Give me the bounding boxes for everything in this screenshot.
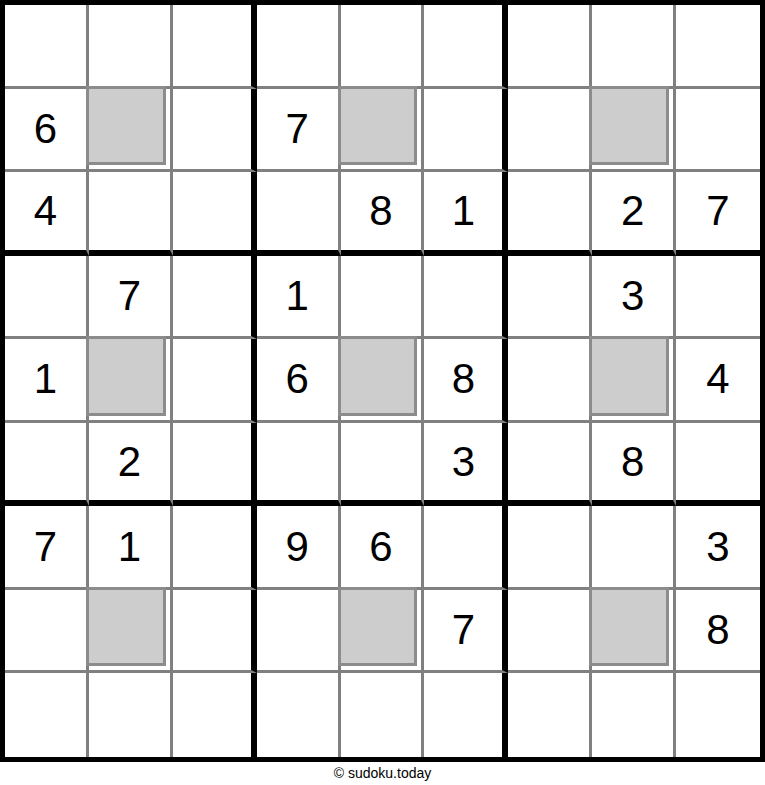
cell-r2c3[interactable] <box>173 89 257 173</box>
given-digit: 1 <box>118 526 141 568</box>
cell-r1c8[interactable] <box>592 5 676 89</box>
cell-r7c8[interactable] <box>592 506 676 590</box>
cell-r5c4[interactable]: 6 <box>257 339 341 423</box>
cell-r3c4[interactable] <box>257 172 341 256</box>
given-digit: 8 <box>452 358 475 400</box>
given-digit: 2 <box>621 190 644 232</box>
cell-r9c9[interactable] <box>676 673 760 757</box>
cell-r4c9[interactable] <box>676 256 760 340</box>
given-digit: 1 <box>452 190 475 232</box>
given-digit: 1 <box>285 275 308 317</box>
cell-r7c5[interactable]: 6 <box>341 506 425 590</box>
cell-r7c7[interactable] <box>508 506 592 590</box>
shaded-cell-marker <box>589 587 669 667</box>
cell-r1c1[interactable] <box>5 5 89 89</box>
cell-r9c5[interactable] <box>341 673 425 757</box>
cell-r7c6[interactable] <box>424 506 508 590</box>
cell-r5c1[interactable]: 1 <box>5 339 89 423</box>
cell-r7c1[interactable]: 7 <box>5 506 89 590</box>
cell-r4c6[interactable] <box>424 256 508 340</box>
cell-r6c1[interactable] <box>5 423 89 507</box>
given-digit: 6 <box>285 358 308 400</box>
given-digit: 4 <box>34 190 57 232</box>
shaded-cell-marker <box>338 86 418 166</box>
given-digit: 2 <box>118 441 141 483</box>
cell-r9c8[interactable] <box>592 673 676 757</box>
cell-r2c5[interactable] <box>341 89 425 173</box>
cell-r3c2[interactable] <box>89 172 173 256</box>
given-digit: 7 <box>285 108 308 150</box>
cell-r1c3[interactable] <box>173 5 257 89</box>
cell-r2c9[interactable] <box>676 89 760 173</box>
cell-r3c7[interactable] <box>508 172 592 256</box>
cell-r4c5[interactable] <box>341 256 425 340</box>
cell-r4c1[interactable] <box>5 256 89 340</box>
cell-r1c4[interactable] <box>257 5 341 89</box>
given-digit: 7 <box>34 526 57 568</box>
cell-r2c6[interactable] <box>424 89 508 173</box>
cell-r9c6[interactable] <box>424 673 508 757</box>
cell-r6c7[interactable] <box>508 423 592 507</box>
sudoku-page: 674812771316842387196378 © sudoku.today <box>0 0 765 785</box>
shaded-cell-marker <box>338 587 418 667</box>
cell-r3c5[interactable]: 8 <box>341 172 425 256</box>
cell-r5c7[interactable] <box>508 339 592 423</box>
cell-r3c9[interactable]: 7 <box>676 172 760 256</box>
cell-r9c7[interactable] <box>508 673 592 757</box>
cell-r2c2[interactable] <box>89 89 173 173</box>
cell-r3c1[interactable]: 4 <box>5 172 89 256</box>
cell-r9c2[interactable] <box>89 673 173 757</box>
given-digit: 6 <box>34 108 57 150</box>
shaded-cell-marker <box>86 336 166 416</box>
given-digit: 1 <box>34 358 57 400</box>
given-digit: 3 <box>452 441 475 483</box>
given-digit: 8 <box>621 441 644 483</box>
given-digit: 8 <box>706 609 729 651</box>
given-digit: 6 <box>369 526 392 568</box>
given-digit: 7 <box>706 190 729 232</box>
cell-r6c5[interactable] <box>341 423 425 507</box>
given-digit: 8 <box>369 190 392 232</box>
cell-r5c8[interactable] <box>592 339 676 423</box>
cell-r3c3[interactable] <box>173 172 257 256</box>
cell-r8c3[interactable] <box>173 590 257 674</box>
given-digit: 4 <box>706 358 729 400</box>
given-digit: 7 <box>118 275 141 317</box>
cell-r1c7[interactable] <box>508 5 592 89</box>
cell-r3c8[interactable]: 2 <box>592 172 676 256</box>
cell-r8c8[interactable] <box>592 590 676 674</box>
cell-r7c2[interactable]: 1 <box>89 506 173 590</box>
shaded-cell-marker <box>589 86 669 166</box>
cell-r6c4[interactable] <box>257 423 341 507</box>
cell-r6c9[interactable] <box>676 423 760 507</box>
cell-r6c3[interactable] <box>173 423 257 507</box>
cell-r5c5[interactable] <box>341 339 425 423</box>
cell-r7c9[interactable]: 3 <box>676 506 760 590</box>
cell-r8c2[interactable] <box>89 590 173 674</box>
cell-r8c7[interactable] <box>508 590 592 674</box>
cell-r5c9[interactable]: 4 <box>676 339 760 423</box>
cell-r4c8[interactable]: 3 <box>592 256 676 340</box>
cell-r7c3[interactable] <box>173 506 257 590</box>
cell-r2c4[interactable]: 7 <box>257 89 341 173</box>
shaded-cell-marker <box>338 336 418 416</box>
cell-r7c4[interactable]: 9 <box>257 506 341 590</box>
cell-r4c2[interactable]: 7 <box>89 256 173 340</box>
footer-credit: © sudoku.today <box>0 765 765 781</box>
cell-r8c9[interactable]: 8 <box>676 590 760 674</box>
cell-r9c3[interactable] <box>173 673 257 757</box>
cell-r1c9[interactable] <box>676 5 760 89</box>
shaded-cell-marker <box>589 336 669 416</box>
cell-r5c2[interactable] <box>89 339 173 423</box>
cell-r1c2[interactable] <box>89 5 173 89</box>
cell-r2c1[interactable]: 6 <box>5 89 89 173</box>
cell-r8c6[interactable]: 7 <box>424 590 508 674</box>
cell-r4c7[interactable] <box>508 256 592 340</box>
given-digit: 7 <box>452 609 475 651</box>
cell-r6c8[interactable]: 8 <box>592 423 676 507</box>
shaded-cell-marker <box>86 86 166 166</box>
cell-r8c5[interactable] <box>341 590 425 674</box>
cell-r8c1[interactable] <box>5 590 89 674</box>
cell-r4c3[interactable] <box>173 256 257 340</box>
cell-r6c6[interactable]: 3 <box>424 423 508 507</box>
sudoku-board: 674812771316842387196378 <box>0 0 765 762</box>
cell-r1c5[interactable] <box>341 5 425 89</box>
cell-r5c3[interactable] <box>173 339 257 423</box>
cell-r2c7[interactable] <box>508 89 592 173</box>
cell-r2c8[interactable] <box>592 89 676 173</box>
cell-r9c1[interactable] <box>5 673 89 757</box>
shaded-cell-marker <box>86 587 166 667</box>
cell-r8c4[interactable] <box>257 590 341 674</box>
given-digit: 3 <box>706 526 729 568</box>
cell-r5c6[interactable]: 8 <box>424 339 508 423</box>
given-digit: 9 <box>285 526 308 568</box>
cell-r6c2[interactable]: 2 <box>89 423 173 507</box>
cell-r9c4[interactable] <box>257 673 341 757</box>
cell-r4c4[interactable]: 1 <box>257 256 341 340</box>
cell-r1c6[interactable] <box>424 5 508 89</box>
cell-r3c6[interactable]: 1 <box>424 172 508 256</box>
given-digit: 3 <box>621 275 644 317</box>
